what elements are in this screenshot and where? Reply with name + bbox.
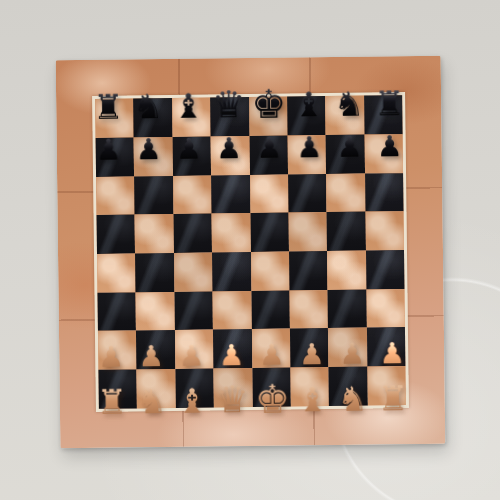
square-a1[interactable]: ♜ — [98, 369, 137, 408]
black-rook-a8[interactable]: ♜ — [93, 89, 124, 123]
square-a7[interactable]: ♟ — [96, 137, 135, 176]
black-bishop-f8[interactable]: ♝ — [293, 87, 324, 121]
white-rook-a1[interactable]: ♜ — [96, 384, 127, 418]
white-bishop-c1[interactable]: ♝ — [177, 383, 208, 417]
square-f4[interactable] — [289, 251, 328, 290]
black-pawn-e7[interactable]: ♟ — [256, 133, 282, 162]
black-queen-d8[interactable]: ♛ — [212, 86, 246, 123]
square-c5[interactable] — [173, 214, 212, 253]
square-b3[interactable] — [136, 292, 175, 331]
square-e7[interactable]: ♟ — [249, 136, 288, 175]
white-pawn-a2[interactable]: ♟ — [98, 343, 124, 372]
square-f1[interactable]: ♝ — [290, 367, 329, 406]
square-f7[interactable]: ♟ — [287, 135, 326, 174]
square-g2[interactable]: ♟ — [328, 328, 367, 367]
black-pawn-d7[interactable]: ♟ — [216, 134, 242, 163]
black-king-e8[interactable]: ♚ — [251, 85, 286, 124]
white-pawn-e2[interactable]: ♟ — [259, 341, 285, 370]
square-a4[interactable] — [97, 253, 136, 292]
black-pawn-c7[interactable]: ♟ — [176, 134, 202, 163]
square-e3[interactable] — [251, 290, 290, 329]
square-h5[interactable] — [365, 211, 404, 250]
square-a3[interactable] — [97, 292, 136, 331]
square-h7[interactable]: ♟ — [364, 134, 403, 173]
black-knight-g8[interactable]: ♞ — [334, 86, 365, 120]
desk-surface: ♜♞♝♛♚♝♞♜♟♟♟♟♟♟♟♟♟♟♟♟♟♟♟♟♜♞♝♛♚♝♞♜ — [0, 0, 500, 500]
black-knight-b8[interactable]: ♞ — [133, 89, 164, 123]
square-b7[interactable]: ♟ — [134, 137, 173, 176]
white-pawn-c2[interactable]: ♟ — [178, 342, 204, 371]
square-h3[interactable] — [366, 289, 405, 328]
square-e6[interactable] — [250, 174, 289, 213]
square-d3[interactable] — [213, 291, 252, 330]
black-pawn-g7[interactable]: ♟ — [336, 132, 362, 161]
square-f2[interactable]: ♟ — [290, 328, 329, 367]
white-rook-h1[interactable]: ♜ — [377, 381, 408, 415]
square-b6[interactable] — [134, 176, 173, 215]
square-a6[interactable] — [96, 176, 135, 215]
white-pawn-h2[interactable]: ♟ — [379, 339, 405, 368]
square-g5[interactable] — [327, 212, 366, 251]
board-grid: ♜♞♝♛♚♝♞♜♟♟♟♟♟♟♟♟♟♟♟♟♟♟♟♟♜♞♝♛♚♝♞♜ — [95, 95, 406, 409]
white-knight-b1[interactable]: ♞ — [136, 384, 167, 418]
square-g7[interactable]: ♟ — [326, 135, 365, 174]
black-rook-h8[interactable]: ♜ — [374, 86, 405, 120]
square-d1[interactable]: ♛ — [214, 368, 253, 407]
square-b4[interactable] — [135, 253, 174, 292]
square-h4[interactable] — [366, 250, 405, 289]
square-c2[interactable]: ♟ — [175, 330, 214, 369]
square-g6[interactable] — [326, 173, 365, 212]
square-e4[interactable] — [251, 252, 290, 291]
square-d4[interactable] — [212, 252, 251, 291]
white-bishop-f1[interactable]: ♝ — [297, 382, 328, 416]
square-c4[interactable] — [174, 252, 213, 291]
black-pawn-h7[interactable]: ♟ — [377, 132, 403, 161]
square-f3[interactable] — [289, 290, 328, 329]
square-d2[interactable]: ♟ — [213, 329, 252, 368]
board-playfield: ♜♞♝♛♚♝♞♜♟♟♟♟♟♟♟♟♟♟♟♟♟♟♟♟♜♞♝♛♚♝♞♜ — [92, 92, 409, 412]
square-c3[interactable] — [174, 291, 213, 330]
white-queen-d1[interactable]: ♛ — [215, 381, 249, 418]
black-pawn-a7[interactable]: ♟ — [95, 135, 121, 164]
white-pawn-d2[interactable]: ♟ — [219, 341, 245, 370]
square-a5[interactable] — [97, 215, 136, 254]
square-a2[interactable]: ♟ — [98, 331, 137, 370]
square-h1[interactable]: ♜ — [367, 366, 406, 405]
square-h6[interactable] — [365, 173, 404, 212]
white-pawn-f2[interactable]: ♟ — [299, 340, 325, 369]
black-pawn-f7[interactable]: ♟ — [296, 133, 322, 162]
black-bishop-c8[interactable]: ♝ — [173, 88, 204, 122]
square-g1[interactable]: ♞ — [329, 367, 368, 406]
white-king-e1[interactable]: ♚ — [255, 380, 290, 419]
black-pawn-b7[interactable]: ♟ — [136, 135, 162, 164]
square-b1[interactable]: ♞ — [137, 369, 176, 408]
square-b5[interactable] — [135, 214, 174, 253]
square-c6[interactable] — [173, 175, 212, 214]
square-d7[interactable]: ♟ — [211, 136, 250, 175]
square-e1[interactable]: ♚ — [252, 368, 291, 407]
square-c1[interactable]: ♝ — [175, 368, 214, 407]
square-e2[interactable]: ♟ — [251, 329, 290, 368]
square-g4[interactable] — [327, 251, 366, 290]
white-pawn-b2[interactable]: ♟ — [138, 342, 164, 371]
square-d5[interactable] — [212, 213, 251, 252]
square-e5[interactable] — [250, 213, 289, 252]
square-d6[interactable] — [211, 175, 250, 214]
square-c7[interactable]: ♟ — [172, 136, 211, 175]
white-knight-g1[interactable]: ♞ — [337, 381, 368, 415]
square-f6[interactable] — [288, 174, 327, 213]
square-f5[interactable] — [288, 212, 327, 251]
chess-board: ♜♞♝♛♚♝♞♜♟♟♟♟♟♟♟♟♟♟♟♟♟♟♟♟♜♞♝♛♚♝♞♜ — [56, 56, 446, 449]
square-g3[interactable] — [328, 289, 367, 328]
square-h2[interactable]: ♟ — [367, 327, 406, 366]
white-pawn-g2[interactable]: ♟ — [339, 340, 365, 369]
square-b2[interactable]: ♟ — [136, 330, 175, 369]
